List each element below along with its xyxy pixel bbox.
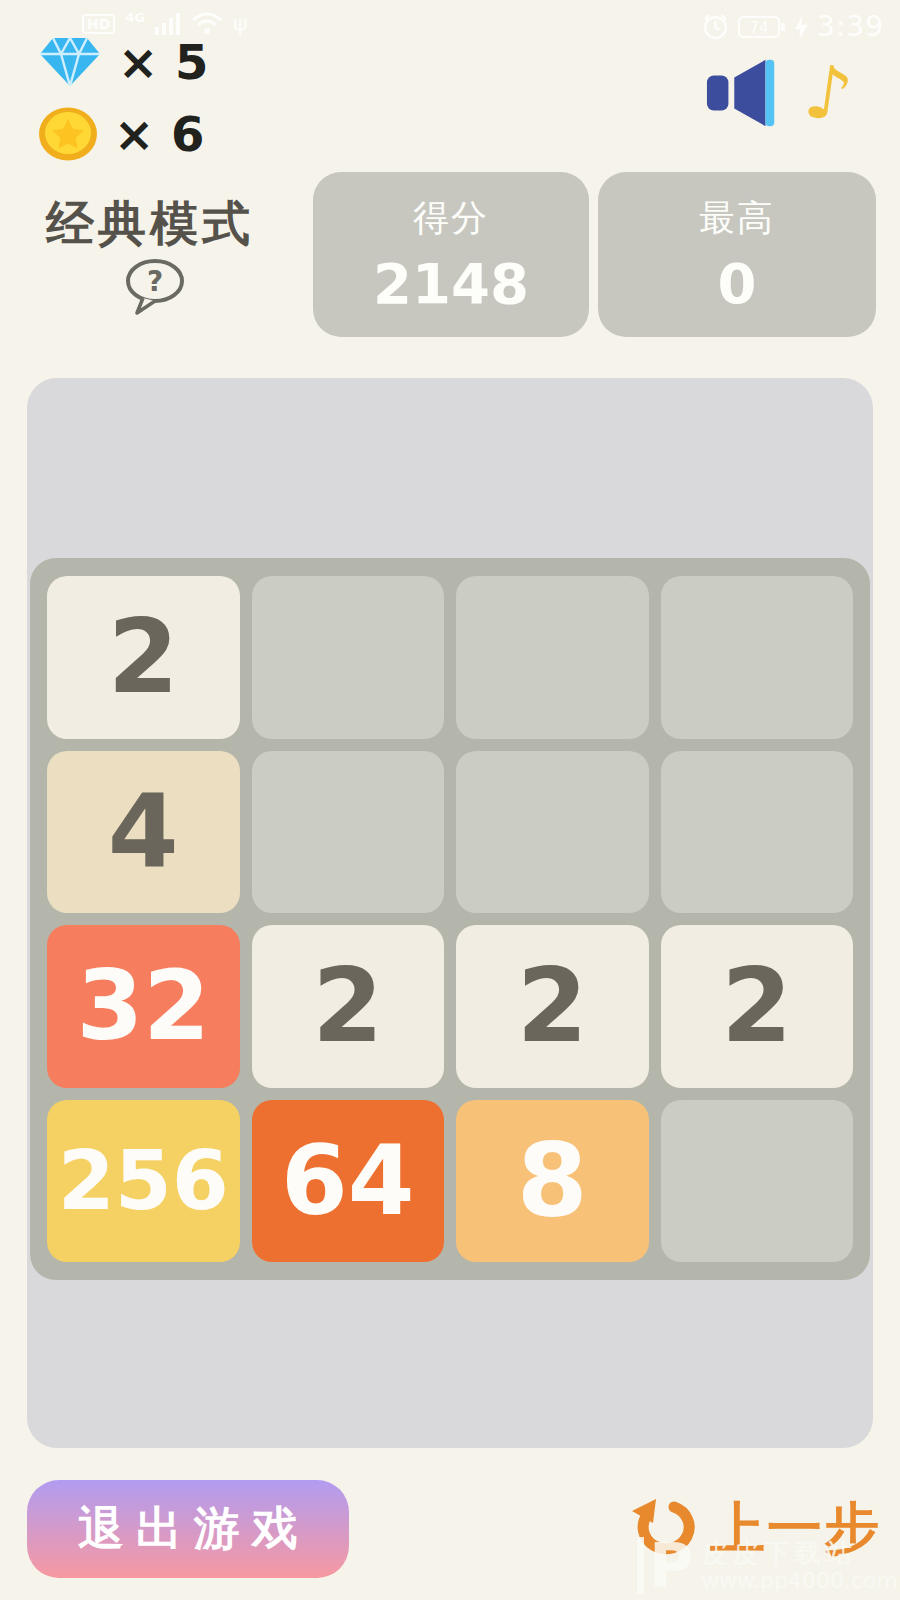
tile-2: 2 <box>661 925 854 1088</box>
watermark-logo: P <box>637 1537 693 1594</box>
best-label: 最高 <box>598 194 876 243</box>
score-box: 得分 2148 <box>313 172 589 337</box>
empty-cell <box>661 751 854 914</box>
score-value: 2148 <box>313 251 589 316</box>
score-label: 得分 <box>313 194 589 243</box>
gem-counter: × 5 <box>38 34 208 90</box>
charging-bolt-icon <box>795 15 808 39</box>
help-button[interactable]: ? <box>124 258 186 318</box>
exit-game-button[interactable]: 退出游戏 <box>27 1480 349 1578</box>
best-value: 0 <box>598 251 876 316</box>
clock-time: 3:39 <box>817 10 884 43</box>
music-note-icon[interactable]: ♪ <box>800 53 857 133</box>
tile-2: 2 <box>47 576 240 739</box>
speaker-icon[interactable] <box>705 57 785 129</box>
statusbar-right: 74 3:39 <box>702 10 884 43</box>
empty-cell <box>252 576 445 739</box>
coin-count-label: × 6 <box>114 106 204 162</box>
svg-text:74: 74 <box>750 19 769 37</box>
signal-bars-icon <box>155 13 181 35</box>
sound-toggles: ♪ <box>705 56 852 130</box>
empty-cell <box>456 576 649 739</box>
tile-8: 8 <box>456 1100 649 1263</box>
gem-count-label: × 5 <box>118 34 208 90</box>
tile-256: 256 <box>47 1100 240 1263</box>
coin-icon <box>38 107 98 161</box>
coin-counter: × 6 <box>38 106 204 162</box>
watermark-site-name: 皮皮下载站 <box>701 1537 898 1568</box>
tile-64: 64 <box>252 1100 445 1263</box>
tile-2: 2 <box>456 925 649 1088</box>
watermark: P 皮皮下载站 www.pp4000.com <box>637 1537 898 1594</box>
empty-cell <box>661 576 854 739</box>
usb-icon: ψ <box>233 13 248 35</box>
page-title: 经典模式 <box>46 192 254 256</box>
tile-32: 32 <box>47 925 240 1088</box>
svg-text:?: ? <box>147 265 163 298</box>
alarm-clock-icon <box>702 13 729 40</box>
tile-4: 4 <box>47 751 240 914</box>
empty-cell <box>456 751 649 914</box>
best-score-box: 最高 0 <box>598 172 876 337</box>
wifi-icon <box>191 12 223 36</box>
exit-game-label: 退出游戏 <box>66 1498 310 1560</box>
watermark-site-url: www.pp4000.com <box>701 1568 898 1593</box>
empty-cell <box>252 751 445 914</box>
game-screen: HD 4G ψ 74 3:39 <box>0 0 900 1600</box>
empty-cell <box>661 1100 854 1263</box>
battery-icon: 74 <box>738 15 786 39</box>
hd-icon: HD <box>82 14 115 34</box>
board[interactable]: 2432222256648 <box>30 558 870 1280</box>
gem-icon <box>38 35 102 89</box>
network-4g-icon: 4G <box>125 10 145 25</box>
tile-2: 2 <box>252 925 445 1088</box>
statusbar-left: HD 4G ψ <box>82 12 248 36</box>
